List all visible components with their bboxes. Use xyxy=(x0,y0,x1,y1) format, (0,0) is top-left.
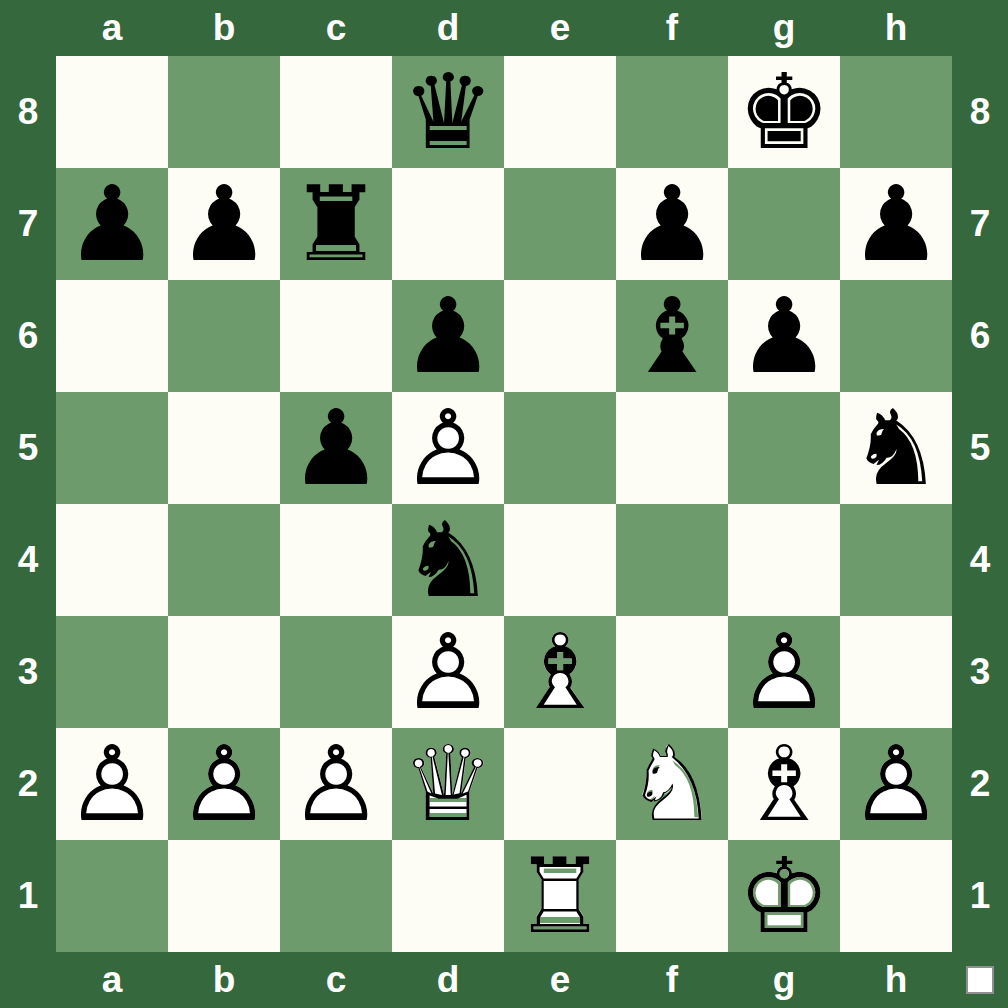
square-e3[interactable]: ♝♗ xyxy=(504,616,616,728)
piece-glyph-fill-layer: ♝ xyxy=(616,280,728,392)
square-a2[interactable]: ♟♙ xyxy=(56,728,168,840)
rank-label-5-right: 5 xyxy=(952,392,1008,504)
square-h6[interactable] xyxy=(840,280,952,392)
square-h2[interactable]: ♟♙ xyxy=(840,728,952,840)
piece-white-king[interactable]: ♚♔ xyxy=(728,840,840,952)
square-a7[interactable]: ♟ xyxy=(56,168,168,280)
board-corner-top-left xyxy=(0,0,56,56)
square-h5[interactable]: ♞ xyxy=(840,392,952,504)
rank-label-1-left: 1 xyxy=(0,840,56,952)
piece-glyph-fill-layer: ♞ xyxy=(392,504,504,616)
piece-glyph-fill-layer: ♟ xyxy=(392,280,504,392)
piece-black-pawn[interactable]: ♟ xyxy=(56,168,168,280)
square-g1[interactable]: ♚♔ xyxy=(728,840,840,952)
square-g5[interactable] xyxy=(728,392,840,504)
square-e2[interactable] xyxy=(504,728,616,840)
file-label-d-top: d xyxy=(392,0,504,56)
file-label-h-top: h xyxy=(840,0,952,56)
square-h1[interactable] xyxy=(840,840,952,952)
piece-glyph-outline-layer: ♖ xyxy=(504,840,616,952)
piece-glyph-fill-layer: ♟ xyxy=(280,392,392,504)
square-b3[interactable] xyxy=(168,616,280,728)
rank-label-4-right: 4 xyxy=(952,504,1008,616)
piece-white-rook[interactable]: ♜♖ xyxy=(504,840,616,952)
square-h3[interactable] xyxy=(840,616,952,728)
square-c6[interactable] xyxy=(280,280,392,392)
piece-glyph-fill-layer: ♜ xyxy=(280,168,392,280)
piece-glyph-fill-layer: ♟ xyxy=(168,168,280,280)
rank-label-8-left: 8 xyxy=(0,56,56,168)
rank-label-4-left: 4 xyxy=(0,504,56,616)
square-b2[interactable]: ♟♙ xyxy=(168,728,280,840)
square-c5[interactable]: ♟ xyxy=(280,392,392,504)
file-label-e-top: e xyxy=(504,0,616,56)
chess-board: abcdefgh8♛♚87♟♟♜♟♟76♟♝♟65♟♟♙♞54♞43♟♙♝♗♟♙… xyxy=(0,0,1008,1008)
square-a3[interactable] xyxy=(56,616,168,728)
piece-glyph-fill-layer: ♞ xyxy=(840,392,952,504)
square-a5[interactable] xyxy=(56,392,168,504)
file-label-b-top: b xyxy=(168,0,280,56)
square-f7[interactable]: ♟ xyxy=(616,168,728,280)
square-g3[interactable]: ♟♙ xyxy=(728,616,840,728)
square-b4[interactable] xyxy=(168,504,280,616)
piece-glyph-outline-layer: ♔ xyxy=(728,840,840,952)
file-label-b-bottom: b xyxy=(168,952,280,1008)
piece-white-queen[interactable]: ♛♕ xyxy=(392,728,504,840)
square-b8[interactable] xyxy=(168,56,280,168)
square-a1[interactable] xyxy=(56,840,168,952)
piece-glyph-fill-layer: ♟ xyxy=(840,168,952,280)
file-label-a-top: a xyxy=(56,0,168,56)
square-d3[interactable]: ♟♙ xyxy=(392,616,504,728)
rank-label-6-left: 6 xyxy=(0,280,56,392)
piece-white-bishop[interactable]: ♝♗ xyxy=(728,728,840,840)
square-f1[interactable] xyxy=(616,840,728,952)
file-label-f-top: f xyxy=(616,0,728,56)
piece-white-pawn[interactable]: ♟♙ xyxy=(280,728,392,840)
piece-black-rook[interactable]: ♜ xyxy=(280,168,392,280)
rank-label-3-right: 3 xyxy=(952,616,1008,728)
piece-glyph-outline-layer: ♙ xyxy=(280,728,392,840)
square-h7[interactable]: ♟ xyxy=(840,168,952,280)
piece-glyph-outline-layer: ♙ xyxy=(728,616,840,728)
file-label-c-bottom: c xyxy=(280,952,392,1008)
file-label-h-bottom: h xyxy=(840,952,952,1008)
piece-black-knight[interactable]: ♞ xyxy=(392,504,504,616)
square-d5[interactable]: ♟♙ xyxy=(392,392,504,504)
file-label-f-bottom: f xyxy=(616,952,728,1008)
piece-glyph-outline-layer: ♙ xyxy=(392,392,504,504)
square-d8[interactable]: ♛ xyxy=(392,56,504,168)
piece-white-pawn[interactable]: ♟♙ xyxy=(56,728,168,840)
square-f6[interactable]: ♝ xyxy=(616,280,728,392)
piece-glyph-fill-layer: ♚ xyxy=(728,56,840,168)
piece-glyph-outline-layer: ♙ xyxy=(392,616,504,728)
file-label-g-top: g xyxy=(728,0,840,56)
piece-glyph-outline-layer: ♙ xyxy=(168,728,280,840)
rank-label-3-left: 3 xyxy=(0,616,56,728)
square-f4[interactable] xyxy=(616,504,728,616)
piece-black-pawn[interactable]: ♟ xyxy=(728,280,840,392)
square-d2[interactable]: ♛♕ xyxy=(392,728,504,840)
square-a6[interactable] xyxy=(56,280,168,392)
square-g8[interactable]: ♚ xyxy=(728,56,840,168)
white-to-move-indicator xyxy=(966,966,994,994)
board-corner-bottom-right xyxy=(952,952,1008,1008)
piece-glyph-outline-layer: ♙ xyxy=(56,728,168,840)
piece-glyph-outline-layer: ♘ xyxy=(616,728,728,840)
file-label-a-bottom: a xyxy=(56,952,168,1008)
square-b7[interactable]: ♟ xyxy=(168,168,280,280)
square-b5[interactable] xyxy=(168,392,280,504)
rank-label-8-right: 8 xyxy=(952,56,1008,168)
piece-glyph-fill-layer: ♛ xyxy=(392,56,504,168)
square-g2[interactable]: ♝♗ xyxy=(728,728,840,840)
square-c4[interactable] xyxy=(280,504,392,616)
rank-label-1-right: 1 xyxy=(952,840,1008,952)
square-b6[interactable] xyxy=(168,280,280,392)
piece-white-pawn[interactable]: ♟♙ xyxy=(392,392,504,504)
piece-white-knight[interactable]: ♞♘ xyxy=(616,728,728,840)
square-c7[interactable]: ♜ xyxy=(280,168,392,280)
square-f5[interactable] xyxy=(616,392,728,504)
rank-label-6-right: 6 xyxy=(952,280,1008,392)
piece-white-pawn[interactable]: ♟♙ xyxy=(728,616,840,728)
rank-label-2-right: 2 xyxy=(952,728,1008,840)
board-corner-bottom-left xyxy=(0,952,56,1008)
board-corner-top-right xyxy=(952,0,1008,56)
square-g7[interactable] xyxy=(728,168,840,280)
piece-glyph-fill-layer: ♟ xyxy=(728,280,840,392)
piece-black-queen[interactable]: ♛ xyxy=(392,56,504,168)
piece-white-pawn[interactable]: ♟♙ xyxy=(840,728,952,840)
square-e1[interactable]: ♜♖ xyxy=(504,840,616,952)
square-e4[interactable] xyxy=(504,504,616,616)
square-e8[interactable] xyxy=(504,56,616,168)
piece-glyph-fill-layer: ♟ xyxy=(616,168,728,280)
square-e5[interactable] xyxy=(504,392,616,504)
square-a8[interactable] xyxy=(56,56,168,168)
piece-black-king[interactable]: ♚ xyxy=(728,56,840,168)
square-d6[interactable]: ♟ xyxy=(392,280,504,392)
square-c1[interactable] xyxy=(280,840,392,952)
square-g6[interactable]: ♟ xyxy=(728,280,840,392)
piece-white-pawn[interactable]: ♟♙ xyxy=(168,728,280,840)
piece-glyph-outline-layer: ♙ xyxy=(840,728,952,840)
piece-glyph-outline-layer: ♗ xyxy=(728,728,840,840)
piece-glyph-outline-layer: ♕ xyxy=(392,728,504,840)
piece-black-pawn[interactable]: ♟ xyxy=(616,168,728,280)
rank-label-7-right: 7 xyxy=(952,168,1008,280)
square-b1[interactable] xyxy=(168,840,280,952)
piece-white-pawn[interactable]: ♟♙ xyxy=(392,616,504,728)
file-label-d-bottom: d xyxy=(392,952,504,1008)
square-c8[interactable] xyxy=(280,56,392,168)
piece-black-bishop[interactable]: ♝ xyxy=(616,280,728,392)
square-h8[interactable] xyxy=(840,56,952,168)
square-d7[interactable] xyxy=(392,168,504,280)
square-c3[interactable] xyxy=(280,616,392,728)
rank-label-2-left: 2 xyxy=(0,728,56,840)
square-c2[interactable]: ♟♙ xyxy=(280,728,392,840)
file-label-g-bottom: g xyxy=(728,952,840,1008)
piece-black-pawn[interactable]: ♟ xyxy=(392,280,504,392)
square-g4[interactable] xyxy=(728,504,840,616)
file-label-c-top: c xyxy=(280,0,392,56)
square-f3[interactable] xyxy=(616,616,728,728)
piece-black-pawn[interactable]: ♟ xyxy=(280,392,392,504)
rank-label-7-left: 7 xyxy=(0,168,56,280)
square-a4[interactable] xyxy=(56,504,168,616)
piece-glyph-outline-layer: ♗ xyxy=(504,616,616,728)
square-e6[interactable] xyxy=(504,280,616,392)
piece-white-bishop[interactable]: ♝♗ xyxy=(504,616,616,728)
piece-black-pawn[interactable]: ♟ xyxy=(840,168,952,280)
file-label-e-bottom: e xyxy=(504,952,616,1008)
square-f2[interactable]: ♞♘ xyxy=(616,728,728,840)
rank-label-5-left: 5 xyxy=(0,392,56,504)
square-d4[interactable]: ♞ xyxy=(392,504,504,616)
square-e7[interactable] xyxy=(504,168,616,280)
square-h4[interactable] xyxy=(840,504,952,616)
square-d1[interactable] xyxy=(392,840,504,952)
piece-black-pawn[interactable]: ♟ xyxy=(168,168,280,280)
piece-black-knight[interactable]: ♞ xyxy=(840,392,952,504)
square-f8[interactable] xyxy=(616,56,728,168)
piece-glyph-fill-layer: ♟ xyxy=(56,168,168,280)
